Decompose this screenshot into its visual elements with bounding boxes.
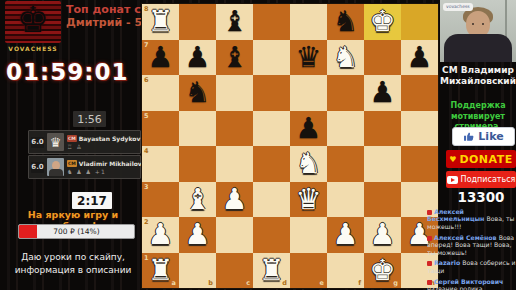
white-pawn: ♟ (364, 217, 401, 253)
square-h6[interactable] (401, 75, 438, 111)
square-d3[interactable] (253, 182, 290, 218)
square-c2[interactable] (216, 217, 253, 253)
chess-king-logo-icon: ♚ (5, 0, 61, 43)
square-c7[interactable]: ♝ (216, 40, 253, 76)
square-h7[interactable]: ♟ (401, 40, 438, 76)
square-h4[interactable] (401, 146, 438, 182)
avatar-top: ♛ (47, 133, 64, 151)
white-knight: ♞ (290, 146, 327, 182)
black-queen: ♛ (290, 40, 327, 76)
black-bishop: ♝ (216, 40, 253, 76)
square-d6[interactable] (253, 75, 290, 111)
white-knight: ♞ (327, 40, 364, 76)
square-e4[interactable]: ♞ (290, 146, 327, 182)
white-bishop: ♝ (179, 182, 216, 218)
white-pawn: ♟ (179, 217, 216, 253)
players-panel: 6.0 ♛ CM Bayastan Sydykov (2620) ♖ ♙ 6.0… (28, 130, 141, 180)
square-g6[interactable]: ♟ (364, 75, 401, 111)
square-c3[interactable]: ♟ (216, 182, 253, 218)
square-d7[interactable] (253, 40, 290, 76)
square-g8[interactable]: ♚ (364, 4, 401, 40)
avatar-bottom (47, 158, 64, 176)
chat-panel: Алексей Бесхмельницын Вова, ты можешь!!!… (427, 208, 516, 290)
chat-text: название ролика "Реализация лишнего коня… (427, 285, 499, 290)
square-g3[interactable] (364, 182, 401, 218)
square-a3[interactable]: 3 (142, 182, 179, 218)
square-e3[interactable]: ♛ (290, 182, 327, 218)
chat-message: Razario Вова соберись и тащи (427, 259, 516, 274)
like-button[interactable]: Like (452, 127, 515, 146)
channel-logo-text: VOVACHESS (3, 45, 63, 52)
black-pawn: ♟ (401, 40, 438, 76)
square-a5[interactable]: 5 (142, 111, 179, 147)
chat-username: Сергей Викторович (434, 278, 503, 285)
chat-badge-icon (427, 236, 432, 241)
black-pawn: ♟ (142, 40, 179, 76)
square-c1[interactable]: c (216, 253, 253, 289)
captured-pieces-bottom: ♞ ♟ ♟ +1 (67, 168, 138, 175)
subscribe-label: Подписаться (461, 175, 516, 184)
square-h5[interactable] (401, 111, 438, 147)
square-g7[interactable] (364, 40, 401, 76)
square-a7[interactable]: 7♟ (142, 40, 179, 76)
square-e1[interactable]: e (290, 253, 327, 289)
streamer-name: СМ Владимир Михайловский (440, 65, 516, 87)
white-pawn: ♟ (327, 217, 364, 253)
lessons-note-line2: информация в описании (4, 264, 142, 277)
square-b5[interactable] (179, 111, 216, 147)
rank-label-3: 3 (144, 183, 149, 191)
white-pawn: ♟ (142, 217, 179, 253)
square-f1[interactable]: f (327, 253, 364, 289)
square-b3[interactable]: ♝ (179, 182, 216, 218)
square-d5[interactable] (253, 111, 290, 147)
square-f8[interactable]: ♞ (327, 4, 364, 40)
clock-bottom-player: 2:17 (72, 192, 112, 209)
square-c4[interactable] (216, 146, 253, 182)
square-d2[interactable] (253, 217, 290, 253)
rank-label-5: 5 (144, 112, 149, 120)
donation-progress-bar: 700 ₽ (14%) (18, 224, 135, 239)
black-pawn: ♟ (179, 40, 216, 76)
black-knight: ♞ (327, 4, 364, 40)
white-queen: ♛ (290, 182, 327, 218)
square-e7[interactable]: ♛ (290, 40, 327, 76)
square-a8[interactable]: 8♜ (142, 4, 179, 40)
clock-top-player: 1:56 (73, 111, 106, 127)
webcam-view: vovachess (440, 0, 516, 62)
title-badge-bottom: CM (67, 160, 77, 167)
square-f6[interactable] (327, 75, 364, 111)
donation-progress-text: 700 ₽ (14%) (19, 225, 134, 238)
subscriber-count: 13300 (446, 189, 516, 205)
player-row-bottom[interactable]: 6.0 CM Vladimir Mikhailovsky (2783) ♞ ♟ … (28, 155, 141, 179)
square-b8[interactable] (179, 4, 216, 40)
chat-message: Алексей Бесхмельницын Вова, ты можешь!!! (427, 208, 516, 230)
white-pawn: ♟ (216, 182, 253, 218)
square-c6[interactable] (216, 75, 253, 111)
square-e8[interactable] (290, 4, 327, 40)
square-b2[interactable]: ♟ (179, 217, 216, 253)
square-f7[interactable]: ♞ (327, 40, 364, 76)
lessons-note-line1: Даю уроки по скайпу, (4, 251, 142, 264)
square-a6[interactable]: 6 (142, 75, 179, 111)
square-b1[interactable]: b (179, 253, 216, 289)
square-a1[interactable]: 1a♜ (142, 253, 179, 289)
channel-logo: ♚ VOVACHESS (3, 1, 63, 59)
title-badge-top: CM (67, 135, 77, 142)
square-e6[interactable] (290, 75, 327, 111)
square-f2[interactable]: ♟ (327, 217, 364, 253)
square-a2[interactable]: 2♟ (142, 217, 179, 253)
square-c5[interactable] (216, 111, 253, 147)
rank-label-6: 6 (144, 76, 149, 84)
chat-username: Алексей Семёнов (434, 234, 499, 241)
captured-pieces-top: ♖ ♙ (67, 143, 138, 150)
chat-message: Сергей Викторович название ролика "Реали… (427, 278, 516, 290)
square-f3[interactable] (327, 182, 364, 218)
square-e5[interactable]: ♟ (290, 111, 327, 147)
square-g4[interactable] (364, 146, 401, 182)
chat-message: Алексей Семёнов Вова вперед! Вова тащи! … (427, 234, 516, 256)
square-g1[interactable]: g♚ (364, 253, 401, 289)
file-label-f: f (358, 279, 361, 287)
black-pawn: ♟ (290, 111, 327, 147)
square-h8[interactable] (401, 4, 438, 40)
square-c8[interactable]: ♝ (216, 4, 253, 40)
score-bottom: 6.0 (31, 162, 44, 173)
score-top: 6.0 (31, 137, 44, 148)
file-label-e: e (320, 279, 324, 287)
rank-label-4: 4 (144, 147, 149, 155)
chat-badge-icon (427, 280, 432, 285)
chat-badge-icon (427, 261, 432, 266)
youtube-play-icon (447, 176, 458, 184)
chat-username: Razario (434, 259, 462, 266)
square-d8[interactable] (253, 4, 290, 40)
webcam-watermark: vovachess (443, 3, 473, 11)
file-label-b: b (208, 279, 213, 287)
square-g5[interactable] (364, 111, 401, 147)
square-e2[interactable] (290, 217, 327, 253)
donate-label: DONATE (459, 153, 512, 166)
subscribe-button[interactable]: Подписаться (446, 171, 516, 188)
black-pawn: ♟ (364, 75, 401, 111)
square-d4[interactable] (253, 146, 290, 182)
square-b4[interactable] (179, 146, 216, 182)
streamer-torso (444, 34, 512, 62)
stream-timer: 01:59:01 (6, 59, 128, 85)
heart-icon: ♥ (449, 155, 456, 164)
black-knight: ♞ (179, 75, 216, 111)
player-name-top: Bayastan Sydykov (79, 135, 141, 142)
black-bishop: ♝ (216, 4, 253, 40)
logo-curtain: ♚ (5, 1, 61, 43)
lessons-note: Даю уроки по скайпу, информация в описан… (4, 251, 142, 276)
white-rook: ♜ (142, 4, 179, 40)
like-label: Like (478, 130, 503, 143)
square-g2[interactable]: ♟ (364, 217, 401, 253)
square-b7[interactable]: ♟ (179, 40, 216, 76)
chat-username: Алексей Бесхмельницын (427, 208, 487, 222)
white-rook: ♜ (253, 253, 290, 289)
chess-board: 8♜♝♞♚7♟♟♝♛♞♟6♞♟5♟4♞3♝♟♛2♟♟♟♟♟1a♜bcd♜efg♚… (142, 4, 438, 288)
white-king: ♚ (364, 4, 401, 40)
chat-badge-icon (427, 210, 432, 215)
donate-button[interactable]: ♥ DONATE (446, 150, 516, 168)
square-d1[interactable]: d♜ (253, 253, 290, 289)
white-rook: ♜ (142, 253, 179, 289)
thumbs-up-icon (463, 131, 474, 142)
white-king: ♚ (364, 253, 401, 289)
square-f4[interactable] (327, 146, 364, 182)
square-a4[interactable]: 4 (142, 146, 179, 182)
square-f5[interactable] (327, 111, 364, 147)
square-b6[interactable]: ♞ (179, 75, 216, 111)
player-row-top[interactable]: 6.0 ♛ CM Bayastan Sydykov (2620) ♖ ♙ (28, 130, 141, 154)
file-label-c: c (246, 279, 250, 287)
